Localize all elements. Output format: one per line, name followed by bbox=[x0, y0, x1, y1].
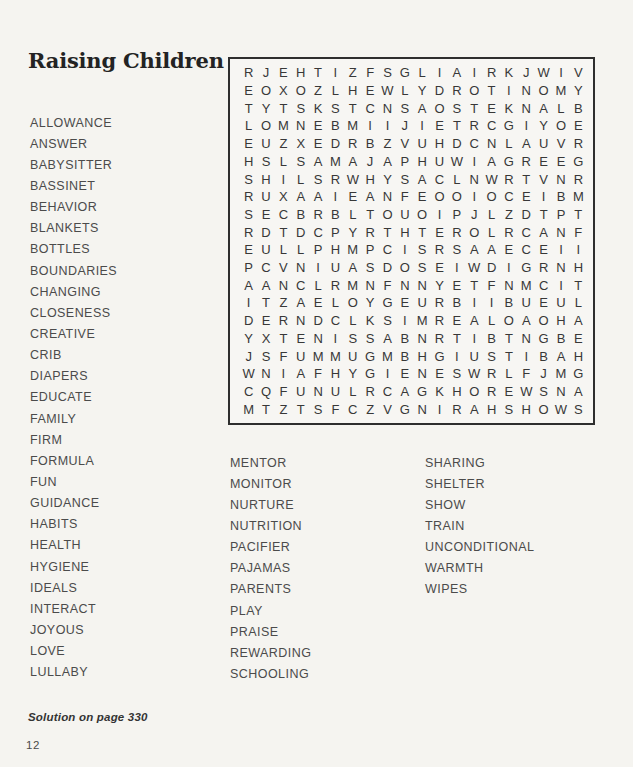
grid-cell: G bbox=[500, 117, 517, 135]
grid-cell: A bbox=[483, 153, 500, 171]
grid-cell: T bbox=[257, 294, 274, 312]
grid-cell: R bbox=[361, 383, 378, 401]
grid-cell: U bbox=[292, 383, 309, 401]
grid-cell: C bbox=[361, 99, 378, 117]
grid-cell: B bbox=[361, 135, 378, 153]
grid-cell: E bbox=[240, 135, 257, 153]
grid-cell: L bbox=[327, 294, 344, 312]
grid-cell: R bbox=[275, 312, 292, 330]
grid-cell: A bbox=[448, 64, 465, 82]
grid-cell: S bbox=[292, 153, 309, 171]
grid-cell: S bbox=[448, 241, 465, 259]
grid-cell: J bbox=[361, 153, 378, 171]
grid-cell: S bbox=[414, 259, 431, 277]
grid-cell: S bbox=[500, 400, 517, 418]
grid-cell: E bbox=[309, 117, 326, 135]
word-list-item: LOVE bbox=[30, 641, 117, 662]
grid-cell: C bbox=[379, 241, 396, 259]
grid-cell: E bbox=[500, 383, 517, 401]
grid-cell: Y bbox=[344, 223, 361, 241]
grid-cell: E bbox=[309, 294, 326, 312]
grid-cell: W bbox=[552, 400, 569, 418]
word-list-item: CREATIVE bbox=[30, 323, 117, 344]
grid-cell: D bbox=[292, 223, 309, 241]
grid-cell: N bbox=[500, 276, 517, 294]
grid-cell: C bbox=[309, 223, 326, 241]
grid-cell: L bbox=[275, 153, 292, 171]
grid-cell: Z bbox=[309, 82, 326, 100]
grid-cell: K bbox=[500, 64, 517, 82]
grid-cell: N bbox=[518, 82, 535, 100]
grid-cell: P bbox=[448, 206, 465, 224]
grid-cell: N bbox=[483, 135, 500, 153]
grid-cell: W bbox=[483, 170, 500, 188]
grid-cell: F bbox=[379, 276, 396, 294]
grid-cell: E bbox=[361, 82, 378, 100]
grid-cell: W bbox=[466, 365, 483, 383]
grid-cell: E bbox=[292, 330, 309, 348]
grid-cell: T bbox=[466, 99, 483, 117]
grid-cell: R bbox=[518, 153, 535, 171]
grid-cell: O bbox=[552, 117, 569, 135]
grid-cell: E bbox=[570, 330, 587, 348]
grid-cell: B bbox=[396, 330, 413, 348]
word-list-item: BASSINET bbox=[30, 175, 117, 196]
grid-cell: N bbox=[396, 276, 413, 294]
grid-cell: F bbox=[361, 64, 378, 82]
grid-cell: I bbox=[466, 64, 483, 82]
grid-cell: R bbox=[466, 117, 483, 135]
grid-cell: A bbox=[292, 294, 309, 312]
grid-cell: U bbox=[292, 347, 309, 365]
grid-cell: Y bbox=[361, 294, 378, 312]
grid-cell: V bbox=[396, 135, 413, 153]
grid-cell: C bbox=[379, 383, 396, 401]
grid-cell: L bbox=[570, 294, 587, 312]
word-list-item: HABITS bbox=[30, 514, 117, 535]
grid-cell: G bbox=[535, 330, 552, 348]
grid-cell: R bbox=[500, 170, 517, 188]
grid-cell: R bbox=[344, 135, 361, 153]
grid-cell: S bbox=[309, 170, 326, 188]
grid-cell: S bbox=[448, 99, 465, 117]
grid-cell: A bbox=[257, 276, 274, 294]
grid-cell: F bbox=[275, 383, 292, 401]
grid-cell: S bbox=[309, 400, 326, 418]
grid-cell: T bbox=[500, 347, 517, 365]
grid-cell: G bbox=[500, 153, 517, 171]
grid-cell: C bbox=[327, 312, 344, 330]
grid-cell: U bbox=[257, 188, 274, 206]
grid-cell: H bbox=[361, 170, 378, 188]
grid-cell: H bbox=[344, 82, 361, 100]
word-list-item: CRIB bbox=[30, 345, 117, 366]
grid-cell: O bbox=[483, 188, 500, 206]
grid-cell: I bbox=[327, 64, 344, 82]
word-list-item: TRAIN bbox=[425, 515, 534, 536]
grid-cell: U bbox=[414, 135, 431, 153]
grid-cell: P bbox=[361, 241, 378, 259]
grid-cell: E bbox=[448, 276, 465, 294]
grid-cell: G bbox=[396, 64, 413, 82]
word-list-item: SHARING bbox=[425, 452, 534, 473]
word-list-item: BABYSITTER bbox=[30, 154, 117, 175]
grid-cell: O bbox=[344, 294, 361, 312]
grid-cell: H bbox=[257, 170, 274, 188]
grid-cell: S bbox=[379, 64, 396, 82]
word-list-item: JOYOUS bbox=[30, 619, 117, 640]
word-list-item: GUIDANCE bbox=[30, 493, 117, 514]
word-list-item: ANSWER bbox=[30, 133, 117, 154]
grid-cell: R bbox=[448, 223, 465, 241]
grid-cell: C bbox=[483, 117, 500, 135]
grid-cell: E bbox=[483, 99, 500, 117]
grid-cell: R bbox=[483, 365, 500, 383]
grid-cell: U bbox=[344, 347, 361, 365]
grid-cell: Z bbox=[344, 64, 361, 82]
grid-cell: L bbox=[483, 206, 500, 224]
grid-cell: S bbox=[292, 99, 309, 117]
grid-cell: B bbox=[500, 294, 517, 312]
grid-cell: A bbox=[483, 241, 500, 259]
word-list-item: BLANKETS bbox=[30, 218, 117, 239]
grid-cell: L bbox=[448, 170, 465, 188]
grid-cell: C bbox=[431, 170, 448, 188]
grid-cell: R bbox=[448, 82, 465, 100]
grid-cell: U bbox=[257, 241, 274, 259]
word-list-item: PRAISE bbox=[230, 621, 311, 642]
grid-cell: T bbox=[275, 330, 292, 348]
grid-cell: H bbox=[483, 400, 500, 418]
grid-cell: R bbox=[431, 241, 448, 259]
page-title: Raising Children bbox=[28, 48, 224, 73]
grid-cell: A bbox=[292, 188, 309, 206]
grid-cell: Z bbox=[275, 294, 292, 312]
grid-cell: O bbox=[292, 82, 309, 100]
grid-cell: Y bbox=[240, 330, 257, 348]
grid-cell: N bbox=[518, 330, 535, 348]
grid-cell: R bbox=[327, 170, 344, 188]
grid-cell: T bbox=[379, 223, 396, 241]
grid-cell: I bbox=[466, 188, 483, 206]
grid-cell: S bbox=[483, 347, 500, 365]
grid-cell: W bbox=[466, 259, 483, 277]
grid-cell: N bbox=[552, 383, 569, 401]
word-list-item: CHANGING bbox=[30, 281, 117, 302]
grid-cell: Y bbox=[570, 82, 587, 100]
grid-cell: D bbox=[431, 82, 448, 100]
grid-cell: I bbox=[379, 117, 396, 135]
grid-cell: P bbox=[396, 153, 413, 171]
grid-cell: L bbox=[483, 223, 500, 241]
grid-cell: G bbox=[396, 400, 413, 418]
grid-cell: S bbox=[361, 330, 378, 348]
grid-cell: Z bbox=[500, 206, 517, 224]
grid-cell: C bbox=[518, 223, 535, 241]
grid-cell: T bbox=[361, 206, 378, 224]
grid-cell: I bbox=[275, 170, 292, 188]
grid-cell: C bbox=[466, 135, 483, 153]
word-list-item: MENTOR bbox=[230, 452, 311, 473]
grid-cell: K bbox=[361, 312, 378, 330]
grid-cell: I bbox=[466, 330, 483, 348]
grid-cell: S bbox=[344, 330, 361, 348]
grid-cell: U bbox=[466, 347, 483, 365]
grid-cell: J bbox=[396, 117, 413, 135]
grid-cell: M bbox=[344, 276, 361, 294]
grid-cell: S bbox=[379, 312, 396, 330]
grid-cell: G bbox=[570, 365, 587, 383]
grid-cell: K bbox=[500, 99, 517, 117]
grid-cell: N bbox=[292, 117, 309, 135]
grid-cell: E bbox=[344, 188, 361, 206]
grid-cell: X bbox=[275, 82, 292, 100]
grid-cell: C bbox=[500, 188, 517, 206]
grid-cell: I bbox=[275, 365, 292, 383]
grid-cell: L bbox=[344, 312, 361, 330]
word-list-item: HEALTH bbox=[30, 535, 117, 556]
grid-cell: B bbox=[327, 206, 344, 224]
grid-cell: M bbox=[552, 82, 569, 100]
grid-cell: L bbox=[344, 383, 361, 401]
grid-cell: A bbox=[518, 312, 535, 330]
grid-cell: U bbox=[414, 294, 431, 312]
grid-cell: I bbox=[379, 365, 396, 383]
grid-cell: R bbox=[483, 383, 500, 401]
grid-cell: N bbox=[466, 170, 483, 188]
grid-cell: O bbox=[466, 383, 483, 401]
grid-cell: L bbox=[500, 365, 517, 383]
grid-cell: H bbox=[518, 400, 535, 418]
grid-cell: U bbox=[535, 135, 552, 153]
word-list-item: NUTRITION bbox=[230, 515, 311, 536]
grid-cell: T bbox=[483, 82, 500, 100]
word-list-item: UNCONDITIONAL bbox=[425, 537, 534, 558]
word-list-item: ALLOWANCE bbox=[30, 112, 117, 133]
grid-cell: S bbox=[414, 241, 431, 259]
grid-cell: J bbox=[257, 64, 274, 82]
grid-cell: R bbox=[361, 223, 378, 241]
grid-cell: U bbox=[327, 259, 344, 277]
grid-cell: I bbox=[466, 294, 483, 312]
grid-cell: G bbox=[361, 347, 378, 365]
grid-cell: O bbox=[257, 117, 274, 135]
grid-cell: B bbox=[483, 330, 500, 348]
grid-cell: I bbox=[327, 188, 344, 206]
word-list-item: WARMTH bbox=[425, 558, 534, 579]
grid-cell: H bbox=[396, 223, 413, 241]
grid-cell: M bbox=[379, 347, 396, 365]
word-list-item: DIAPERS bbox=[30, 366, 117, 387]
grid-cell: E bbox=[500, 241, 517, 259]
grid-cell: I bbox=[414, 117, 431, 135]
grid-cell: H bbox=[292, 64, 309, 82]
grid-cell: G bbox=[431, 347, 448, 365]
grid-cell: I bbox=[518, 347, 535, 365]
grid-cell: F bbox=[327, 400, 344, 418]
grid-cell: D bbox=[327, 135, 344, 153]
grid-cell: T bbox=[309, 64, 326, 82]
grid-cell: T bbox=[240, 99, 257, 117]
grid-cell: W bbox=[240, 365, 257, 383]
grid-cell: R bbox=[500, 223, 517, 241]
grid-cell: B bbox=[570, 99, 587, 117]
word-list-item: IDEALS bbox=[30, 577, 117, 598]
grid-cell: C bbox=[518, 241, 535, 259]
grid-cell: Z bbox=[275, 400, 292, 418]
grid-cell: M bbox=[552, 365, 569, 383]
grid-cell: O bbox=[396, 259, 413, 277]
grid-cell: I bbox=[240, 294, 257, 312]
grid-cell: E bbox=[396, 294, 413, 312]
grid-cell: N bbox=[361, 276, 378, 294]
grid-cell: X bbox=[275, 188, 292, 206]
grid-cell: M bbox=[344, 117, 361, 135]
word-list-item: SCHOOLING bbox=[230, 663, 311, 684]
grid-cell: C bbox=[275, 206, 292, 224]
grid-cell: I bbox=[309, 259, 326, 277]
word-list-item: FUN bbox=[30, 471, 117, 492]
grid-cell: G bbox=[379, 294, 396, 312]
grid-cell: I bbox=[466, 153, 483, 171]
grid-cell: S bbox=[396, 170, 413, 188]
grid-cell: H bbox=[414, 347, 431, 365]
grid-cell: I bbox=[431, 64, 448, 82]
word-list-item: PACIFIER bbox=[230, 537, 311, 558]
grid-cell: V bbox=[552, 135, 569, 153]
grid-cell: A bbox=[570, 383, 587, 401]
grid-cell: J bbox=[535, 365, 552, 383]
grid-cell: O bbox=[535, 312, 552, 330]
word-list-item: FIRM bbox=[30, 429, 117, 450]
grid-cell: M bbox=[309, 347, 326, 365]
solution-note: Solution on page 330 bbox=[28, 711, 148, 723]
grid-cell: E bbox=[535, 294, 552, 312]
word-list-item: FORMULA bbox=[30, 450, 117, 471]
grid-cell: R bbox=[431, 330, 448, 348]
grid-cell: B bbox=[292, 206, 309, 224]
grid-cell: H bbox=[570, 347, 587, 365]
grid-cell: O bbox=[466, 82, 483, 100]
grid-cell: S bbox=[240, 206, 257, 224]
grid-cell: O bbox=[379, 206, 396, 224]
grid-cell: S bbox=[448, 365, 465, 383]
grid-cell: S bbox=[535, 383, 552, 401]
grid-cell: G bbox=[414, 383, 431, 401]
grid-cell: T bbox=[257, 400, 274, 418]
grid-cell: E bbox=[240, 82, 257, 100]
grid-cell: D bbox=[309, 312, 326, 330]
grid-cell: Y bbox=[344, 365, 361, 383]
grid-cell: H bbox=[448, 383, 465, 401]
word-list-column-1: ALLOWANCEANSWERBABYSITTERBASSINETBEHAVIO… bbox=[30, 112, 117, 683]
grid-cell: O bbox=[431, 99, 448, 117]
word-list-item: SHELTER bbox=[425, 473, 534, 494]
word-list-item: HYGIENE bbox=[30, 556, 117, 577]
grid-cell: D bbox=[240, 312, 257, 330]
word-list-item: BOTTLES bbox=[30, 239, 117, 260]
word-list-item: CLOSENESS bbox=[30, 302, 117, 323]
grid-cell: I bbox=[552, 64, 569, 82]
grid-cell: T bbox=[570, 276, 587, 294]
grid-cell: E bbox=[414, 188, 431, 206]
grid-cell: L bbox=[292, 170, 309, 188]
grid-cell: A bbox=[396, 383, 413, 401]
grid-cell: Z bbox=[379, 135, 396, 153]
grid-cell: M bbox=[240, 400, 257, 418]
grid-cell: W bbox=[448, 153, 465, 171]
grid-cell: P bbox=[309, 241, 326, 259]
grid-cell: N bbox=[552, 170, 569, 188]
grid-cell: E bbox=[257, 312, 274, 330]
grid-cell: M bbox=[327, 347, 344, 365]
grid-cell: A bbox=[344, 259, 361, 277]
grid-cell: M bbox=[570, 188, 587, 206]
grid-cell: I bbox=[396, 241, 413, 259]
grid-cell: I bbox=[361, 117, 378, 135]
grid-cell: L bbox=[552, 99, 569, 117]
grid-cell: N bbox=[552, 223, 569, 241]
grid-cell: Y bbox=[379, 170, 396, 188]
grid-cell: A bbox=[570, 312, 587, 330]
grid-cell: B bbox=[396, 347, 413, 365]
grid-cell: N bbox=[379, 99, 396, 117]
grid-cell: R bbox=[570, 170, 587, 188]
grid-cell: C bbox=[240, 383, 257, 401]
grid-cell: N bbox=[292, 312, 309, 330]
grid-cell: F bbox=[483, 276, 500, 294]
grid-cell: P bbox=[327, 223, 344, 241]
grid-cell: H bbox=[570, 259, 587, 277]
grid-cell: T bbox=[518, 170, 535, 188]
grid-cell: B bbox=[327, 117, 344, 135]
grid-cell: K bbox=[431, 383, 448, 401]
grid-cell: L bbox=[396, 82, 413, 100]
grid-cell: A bbox=[535, 99, 552, 117]
word-list-column-3: SHARINGSHELTERSHOWTRAINUNCONDITIONALWARM… bbox=[425, 452, 534, 600]
grid-cell: T bbox=[275, 99, 292, 117]
grid-cell: N bbox=[309, 330, 326, 348]
grid-cell: A bbox=[309, 188, 326, 206]
grid-cell: U bbox=[552, 294, 569, 312]
grid-cell: T bbox=[466, 276, 483, 294]
grid-cell: V bbox=[535, 170, 552, 188]
grid-cell: U bbox=[257, 135, 274, 153]
grid-cell: I bbox=[431, 400, 448, 418]
grid-cell: F bbox=[396, 188, 413, 206]
grid-cell: H bbox=[414, 153, 431, 171]
grid-cell: C bbox=[344, 400, 361, 418]
grid-cell: U bbox=[396, 206, 413, 224]
grid-cell: U bbox=[518, 294, 535, 312]
grid-cell: R bbox=[431, 294, 448, 312]
grid-cell: V bbox=[379, 400, 396, 418]
grid-cell: E bbox=[396, 365, 413, 383]
grid-cell: H bbox=[240, 153, 257, 171]
grid-cell: S bbox=[396, 99, 413, 117]
grid-cell: M bbox=[344, 241, 361, 259]
grid-cell: O bbox=[535, 82, 552, 100]
grid-cell: O bbox=[466, 223, 483, 241]
grid-cell: F bbox=[518, 365, 535, 383]
word-list-item: FAMILY bbox=[30, 408, 117, 429]
grid-cell: I bbox=[570, 241, 587, 259]
grid-cell: D bbox=[379, 259, 396, 277]
grid-cell: S bbox=[327, 99, 344, 117]
grid-cell: T bbox=[414, 223, 431, 241]
grid-cell: I bbox=[396, 312, 413, 330]
grid-cell: A bbox=[379, 153, 396, 171]
